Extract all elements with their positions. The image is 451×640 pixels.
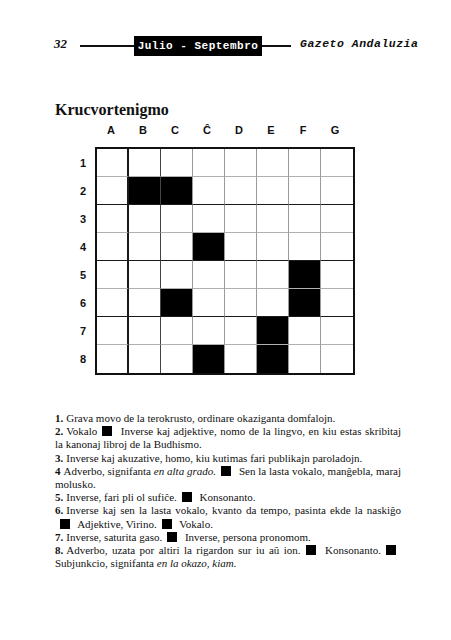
cell-A4 (97, 233, 129, 261)
black-square-marker (182, 492, 192, 502)
column-label-A: A (95, 124, 127, 136)
clue-number: 2. (55, 425, 63, 437)
row-label-7: 7 (68, 317, 86, 345)
cell-A5 (97, 261, 129, 289)
clue-text: en alta grado. (151, 465, 216, 477)
issue-banner-label: Julio - Septembro (138, 40, 259, 52)
magazine-name: Gazeto Andaluzia (300, 37, 418, 50)
cell-D6 (225, 289, 257, 317)
clue-6: 6.Inverse kaj sen la lasta vokalo, kvant… (55, 504, 401, 530)
cell-D2 (225, 177, 257, 205)
cell-E6 (257, 289, 289, 317)
cell-F2 (289, 177, 321, 205)
cell-F3 (289, 205, 321, 233)
cell-Ĉ8 (193, 345, 225, 373)
cell-D1 (225, 149, 257, 177)
cell-G2 (321, 177, 353, 205)
cell-Ĉ4 (193, 233, 225, 261)
cell-E4 (257, 233, 289, 261)
cell-A7 (97, 317, 129, 345)
row-labels: 12345678 (68, 149, 86, 373)
clue-4: 4Adverbo, signifanta en alta grado. Sen … (55, 465, 401, 491)
cell-B7 (129, 317, 161, 345)
black-square-marker (167, 532, 177, 542)
cell-B2 (129, 177, 161, 205)
page-number: 32 (54, 36, 67, 52)
cell-D5 (225, 261, 257, 289)
clue-text: Adverbo, signifanta (64, 465, 151, 477)
cell-A6 (97, 289, 129, 317)
cell-D4 (225, 233, 257, 261)
cell-C4 (161, 233, 193, 261)
clue-3: 3.Inverse kaj akuzative, homo, kiu kutim… (55, 452, 401, 465)
column-label-Ĉ: Ĉ (191, 124, 223, 136)
row-label-5: 5 (68, 261, 86, 289)
cell-B1 (129, 149, 161, 177)
cell-G6 (321, 289, 353, 317)
cell-F5 (289, 261, 321, 289)
puzzle-title: Krucvortenigmo (55, 101, 169, 119)
black-square-marker (386, 545, 396, 555)
row-label-2: 2 (68, 177, 86, 205)
clue-number: 5. (55, 491, 63, 503)
cell-F1 (289, 149, 321, 177)
cell-Ĉ3 (193, 205, 225, 233)
clue-number: 1. (55, 412, 63, 424)
clue-text: Subjunkcio, signifanta (55, 557, 154, 569)
cell-C7 (161, 317, 193, 345)
cell-C3 (161, 205, 193, 233)
cell-Ĉ1 (193, 149, 225, 177)
cell-D8 (225, 345, 257, 373)
clue-list: 1.Grava movo de la terokrusto, ordinare … (55, 412, 401, 570)
clue-text: Inverse, fari pli ol sufiĉe. (66, 491, 177, 503)
column-label-F: F (287, 124, 319, 136)
column-label-B: B (127, 124, 159, 136)
crossword-board (95, 147, 355, 375)
cell-G3 (321, 205, 353, 233)
clue-8: 8.Adverbo, uzata por altiri la rigardon … (55, 544, 401, 570)
column-label-C: C (159, 124, 191, 136)
cell-A8 (97, 345, 129, 373)
row-label-4: 4 (68, 233, 86, 261)
clue-text: Inverse, saturita gaso. (66, 531, 162, 543)
cell-B3 (129, 205, 161, 233)
clue-text: Vokalo. (177, 518, 213, 530)
clue-text: Konsonanto. (321, 544, 381, 556)
cell-E3 (257, 205, 289, 233)
cell-A1 (97, 149, 129, 177)
cell-C1 (161, 149, 193, 177)
cell-A2 (97, 177, 129, 205)
cell-E8 (257, 345, 289, 373)
row-label-8: 8 (68, 345, 86, 373)
clue-5: 5.Inverse, fari pli ol sufiĉe. Konsonant… (55, 491, 401, 504)
column-label-G: G (319, 124, 351, 136)
column-label-E: E (255, 124, 287, 136)
clue-text: Grava movo de la terokrusto, ordinare ok… (66, 412, 335, 424)
cell-B6 (129, 289, 161, 317)
clue-number: 7. (55, 531, 63, 543)
clue-7: 7.Inverse, saturita gaso. Inverse, perso… (55, 531, 401, 544)
clue-number: 3. (55, 452, 63, 464)
issue-banner: Julio - Septembro (134, 36, 262, 56)
cell-Ĉ5 (193, 261, 225, 289)
clue-1: 1.Grava movo de la terokrusto, ordinare … (55, 412, 401, 425)
clue-text: Inverse kaj sen la lasta vokalo, kvanto … (66, 504, 401, 516)
clue-text: Adverbo, uzata por altiri la rigardon su… (66, 544, 300, 556)
cell-F7 (289, 317, 321, 345)
clue-number: 4 (55, 465, 61, 477)
clue-text: en la okazo, kiam. (154, 557, 236, 569)
cell-F6 (289, 289, 321, 317)
cell-C6 (161, 289, 193, 317)
clue-text: Konsonanto. (197, 491, 256, 503)
cell-G7 (321, 317, 353, 345)
clue-2: 2.Vokalo Inverse kaj adjektive, nomo de … (55, 425, 401, 451)
black-square-marker (102, 426, 112, 436)
cell-E2 (257, 177, 289, 205)
cell-Ĉ6 (193, 289, 225, 317)
clue-text: Vokalo (66, 425, 97, 437)
cell-C8 (161, 345, 193, 373)
row-label-1: 1 (68, 149, 86, 177)
black-square-marker (60, 519, 70, 529)
cell-G8 (321, 345, 353, 373)
cell-G1 (321, 149, 353, 177)
cell-Ĉ7 (193, 317, 225, 345)
black-square-marker (162, 519, 172, 529)
cell-C2 (161, 177, 193, 205)
column-label-D: D (223, 124, 255, 136)
cell-E7 (257, 317, 289, 345)
cell-B5 (129, 261, 161, 289)
row-label-3: 3 (68, 205, 86, 233)
clue-text: Adjektive, Virino. (75, 518, 157, 530)
black-square-marker (306, 545, 316, 555)
cell-F8 (289, 345, 321, 373)
row-label-6: 6 (68, 289, 86, 317)
black-square-marker (221, 466, 231, 476)
cell-D3 (225, 205, 257, 233)
cell-E1 (257, 149, 289, 177)
clue-number: 6. (55, 504, 63, 516)
cell-E5 (257, 261, 289, 289)
column-labels: ABCĈDEFG (95, 124, 351, 136)
cell-B4 (129, 233, 161, 261)
clue-number: 8. (55, 544, 63, 556)
cell-F4 (289, 233, 321, 261)
clue-text: Inverse kaj akuzative, homo, kiu kutimas… (66, 452, 362, 464)
cell-G4 (321, 233, 353, 261)
cell-G5 (321, 261, 353, 289)
clue-text: Inverse, persona pronomom. (182, 531, 311, 543)
cell-D7 (225, 317, 257, 345)
cell-B8 (129, 345, 161, 373)
magazine-page: 32 Julio - Septembro Gazeto Andaluzia Kr… (0, 0, 451, 640)
cell-C5 (161, 261, 193, 289)
cell-Ĉ2 (193, 177, 225, 205)
cell-A3 (97, 205, 129, 233)
